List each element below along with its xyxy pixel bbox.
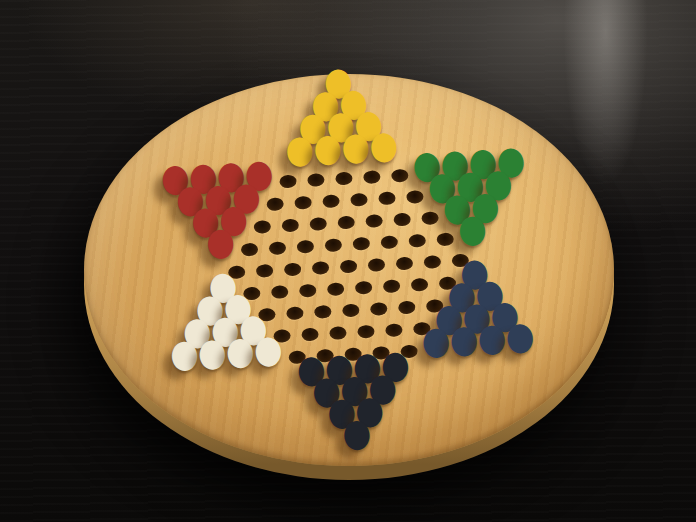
hole-empty[interactable] xyxy=(307,173,325,187)
hole-empty[interactable] xyxy=(357,324,375,338)
hole-empty[interactable] xyxy=(408,233,426,247)
hole-empty[interactable] xyxy=(337,215,355,229)
hole-empty[interactable] xyxy=(309,217,327,231)
hole-empty[interactable] xyxy=(423,255,441,269)
hole-grid: ●●●●●●●●●●●●●●●●●●●●●●●●●●●●●●●●●●●●●●●●… xyxy=(0,0,696,522)
hole-empty[interactable] xyxy=(281,218,299,232)
hole-empty[interactable] xyxy=(279,174,297,188)
hole-empty[interactable] xyxy=(410,277,428,291)
hole-empty[interactable] xyxy=(294,195,312,209)
hole-empty[interactable] xyxy=(266,197,284,211)
hole-empty[interactable] xyxy=(365,214,383,228)
hole-empty[interactable] xyxy=(350,192,368,206)
hole-empty[interactable] xyxy=(390,168,408,182)
hole-empty[interactable] xyxy=(380,235,398,249)
hole-empty[interactable] xyxy=(286,306,304,320)
hole-empty[interactable] xyxy=(354,280,372,294)
table-surface: ●●●●●●●●●●●●●●●●●●●●●●●●●●●●●●●●●●●●●●●●… xyxy=(0,0,696,522)
hole-empty[interactable] xyxy=(341,303,359,317)
hole-empty[interactable] xyxy=(436,232,454,246)
hole-empty[interactable] xyxy=(322,194,340,208)
peg-white[interactable]: ● xyxy=(250,329,286,370)
hole-empty[interactable] xyxy=(395,256,413,270)
hole-empty[interactable] xyxy=(270,285,288,299)
hole-empty[interactable] xyxy=(253,220,271,234)
hole-empty[interactable] xyxy=(301,327,319,341)
hole-empty[interactable] xyxy=(324,238,342,252)
hole-empty[interactable] xyxy=(326,282,344,296)
hole-empty[interactable] xyxy=(329,326,347,340)
hole-empty[interactable] xyxy=(382,279,400,293)
hole-empty[interactable] xyxy=(393,212,411,226)
hole-empty[interactable] xyxy=(240,242,258,256)
hole-empty[interactable] xyxy=(335,171,353,185)
hole-empty[interactable] xyxy=(314,304,332,318)
hole-empty[interactable] xyxy=(367,258,385,272)
hole-empty[interactable] xyxy=(406,189,424,203)
hole-empty[interactable] xyxy=(363,170,381,184)
hole-empty[interactable] xyxy=(339,259,357,273)
peg-blue[interactable]: ● xyxy=(502,315,538,356)
peg-red[interactable]: ● xyxy=(203,221,239,262)
hole-empty[interactable] xyxy=(255,263,273,277)
hole-empty[interactable] xyxy=(296,239,314,253)
hole-empty[interactable] xyxy=(385,323,403,337)
hole-empty[interactable] xyxy=(283,262,301,276)
hole-empty[interactable] xyxy=(421,211,439,225)
peg-black[interactable]: ● xyxy=(339,412,375,453)
hole-empty[interactable] xyxy=(397,300,415,314)
peg-yellow[interactable]: ● xyxy=(366,124,402,165)
hole-empty[interactable] xyxy=(268,241,286,255)
hole-empty[interactable] xyxy=(369,302,387,316)
hole-empty[interactable] xyxy=(378,191,396,205)
hole-empty[interactable] xyxy=(311,261,329,275)
hole-empty[interactable] xyxy=(352,236,370,250)
hole-empty[interactable] xyxy=(298,283,316,297)
peg-green[interactable]: ● xyxy=(454,208,490,249)
